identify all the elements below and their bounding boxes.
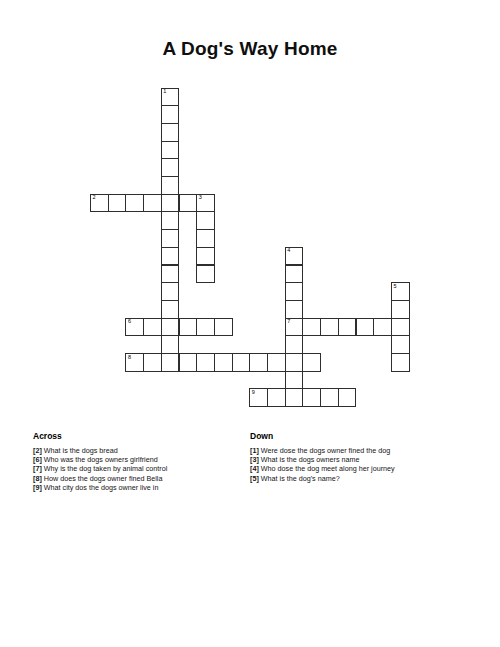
clue-number-label: [4] (250, 464, 259, 473)
grid-cell[interactable] (285, 388, 304, 407)
clue-number: 9 (252, 390, 255, 396)
grid-cell[interactable] (196, 211, 215, 230)
down-clues-section: Down [1] Were dose the dogs owner fined … (250, 431, 495, 483)
grid-cell[interactable] (196, 265, 215, 284)
clue-across-7: [7] Why is the dog taken by animal contr… (33, 464, 245, 473)
grid-cell[interactable] (391, 318, 410, 337)
grid-cell[interactable] (161, 194, 180, 213)
grid-cell[interactable] (196, 229, 215, 248)
grid-cell[interactable] (161, 335, 180, 354)
grid-cell[interactable]: 8 (125, 353, 144, 372)
grid-cell[interactable] (143, 353, 162, 372)
grid-cell[interactable] (285, 371, 304, 390)
grid-cell[interactable] (285, 335, 304, 354)
grid-cell[interactable] (196, 247, 215, 266)
grid-cell[interactable] (161, 158, 180, 177)
grid-cell[interactable] (267, 388, 286, 407)
clue-down-5: [5] What is the dog's name? (250, 474, 495, 483)
grid-cell[interactable]: 7 (285, 318, 304, 337)
grid-cell[interactable] (108, 194, 127, 213)
grid-cell[interactable] (196, 353, 215, 372)
grid-cell[interactable] (161, 211, 180, 230)
grid-cell[interactable] (125, 194, 144, 213)
grid-cell[interactable] (338, 318, 357, 337)
grid-cell[interactable] (249, 353, 268, 372)
clue-number-label: [7] (33, 464, 42, 473)
clue-across-8: [8] How does the dogs owner fined Bella (33, 474, 245, 483)
grid-cell[interactable] (179, 194, 198, 213)
crossword-grid: 123456789 (90, 88, 415, 413)
clue-number: 1 (163, 89, 166, 95)
grid-cell[interactable] (161, 300, 180, 319)
grid-cell[interactable] (285, 353, 304, 372)
grid-cell[interactable] (161, 265, 180, 284)
across-clues-section: Across [2] What is the dogs bread[6] Who… (33, 431, 245, 493)
grid-cell[interactable]: 9 (249, 388, 268, 407)
grid-cell[interactable]: 5 (391, 282, 410, 301)
grid-cell[interactable]: 6 (125, 318, 144, 337)
grid-cell[interactable] (373, 318, 392, 337)
grid-cell[interactable] (302, 318, 321, 337)
clue-across-2: [2] What is the dogs bread (33, 446, 245, 455)
grid-cell[interactable] (161, 123, 180, 142)
clue-number: 8 (128, 355, 131, 361)
clue-number-label: [1] (250, 446, 259, 455)
clue-number: 2 (93, 195, 96, 201)
grid-cell[interactable] (302, 388, 321, 407)
clue-across-6: [6] Who was the dogs owners girlfriend (33, 455, 245, 464)
grid-cell[interactable] (161, 229, 180, 248)
clue-down-4: [4] Who dose the dog meet along her jour… (250, 464, 495, 473)
grid-cell[interactable] (143, 318, 162, 337)
clue-number-label: [6] (33, 455, 42, 464)
clue-down-3: [3] What is the dogs owners name (250, 455, 495, 464)
grid-cell[interactable] (232, 353, 251, 372)
grid-cell[interactable]: 4 (285, 247, 304, 266)
grid-cell[interactable] (161, 247, 180, 266)
grid-cell[interactable] (267, 353, 286, 372)
grid-cell[interactable] (285, 282, 304, 301)
grid-cell[interactable] (338, 388, 357, 407)
grid-cell[interactable] (196, 318, 215, 337)
clue-number: 4 (287, 248, 290, 254)
grid-cell[interactable] (143, 194, 162, 213)
grid-cell[interactable] (302, 353, 321, 372)
clue-number-label: [9] (33, 483, 42, 492)
grid-cell[interactable] (161, 141, 180, 160)
page: A Dog's Way Home 123456789 Across [2] Wh… (0, 0, 500, 647)
grid-cell[interactable] (320, 318, 339, 337)
clue-number: 7 (287, 319, 290, 325)
grid-cell[interactable] (161, 176, 180, 195)
grid-cell[interactable]: 3 (196, 194, 215, 213)
clue-number-label: [8] (33, 474, 42, 483)
across-clue-list: [2] What is the dogs bread[6] Who was th… (33, 446, 245, 493)
clue-number-label: [3] (250, 455, 259, 464)
across-header: Across (33, 431, 245, 441)
clue-across-9: [9] What city dos the dogs owner live in (33, 483, 245, 492)
grid-cell[interactable] (161, 353, 180, 372)
clue-number: 3 (199, 195, 202, 201)
grid-cell[interactable] (391, 353, 410, 372)
clue-number-label: [5] (250, 474, 259, 483)
clue-down-1: [1] Were dose the dogs owner fined the d… (250, 446, 495, 455)
grid-cell[interactable] (214, 353, 233, 372)
grid-cell[interactable] (285, 300, 304, 319)
down-header: Down (250, 431, 495, 441)
grid-cell[interactable] (161, 318, 180, 337)
grid-cell[interactable] (320, 388, 339, 407)
grid-cell[interactable] (391, 335, 410, 354)
grid-cell[interactable] (179, 353, 198, 372)
puzzle-title: A Dog's Way Home (0, 38, 500, 60)
grid-cell[interactable] (391, 300, 410, 319)
grid-cell[interactable] (161, 105, 180, 124)
grid-cell[interactable] (285, 265, 304, 284)
clue-number-label: [2] (33, 446, 42, 455)
grid-cell[interactable] (214, 318, 233, 337)
grid-cell[interactable] (179, 318, 198, 337)
grid-cell[interactable]: 1 (161, 88, 180, 107)
grid-cell[interactable] (356, 318, 375, 337)
down-clue-list: [1] Were dose the dogs owner fined the d… (250, 446, 495, 484)
grid-cell[interactable]: 2 (90, 194, 109, 213)
grid-cell[interactable] (161, 282, 180, 301)
clue-number: 5 (393, 284, 396, 290)
clue-number: 6 (128, 319, 131, 325)
